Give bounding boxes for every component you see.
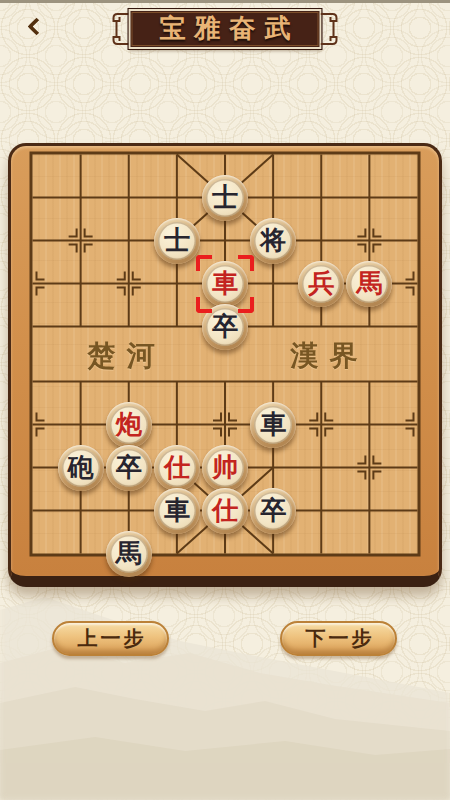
piece-black-卒[interactable]: 卒 bbox=[250, 488, 296, 534]
banner-scroll-ornament-right bbox=[321, 6, 341, 52]
page-title: 宝雅奋武 bbox=[151, 11, 300, 47]
board-point: 将 bbox=[249, 219, 297, 262]
back-button[interactable] bbox=[22, 12, 52, 42]
piece-face: 卒 bbox=[254, 492, 292, 530]
next-step-button[interactable]: 下一步 bbox=[280, 621, 397, 656]
piece-face: 仕 bbox=[206, 492, 244, 530]
app-screen: 宝雅奋武 楚河 漢界 士士将車兵馬卒炮車砲卒仕帅車仕卒馬 上一步 下一步 bbox=[0, 0, 450, 800]
piece-glyph: 将 bbox=[260, 227, 286, 254]
board-point: 仕 bbox=[201, 489, 249, 532]
board-point: 車 bbox=[201, 262, 249, 305]
board-point: 卒 bbox=[201, 305, 249, 348]
piece-face: 兵 bbox=[302, 265, 340, 303]
board-point: 士 bbox=[201, 176, 249, 219]
board-point: 帅 bbox=[201, 446, 249, 489]
piece-face: 車 bbox=[206, 265, 244, 303]
piece-glyph: 仕 bbox=[164, 454, 190, 481]
piece-glyph: 士 bbox=[164, 227, 190, 254]
piece-red-車[interactable]: 車 bbox=[202, 261, 248, 307]
board-point: 卒 bbox=[105, 446, 153, 489]
piece-face: 車 bbox=[254, 406, 292, 444]
piece-glyph: 士 bbox=[212, 184, 238, 211]
piece-face: 帅 bbox=[206, 449, 244, 487]
piece-face: 馬 bbox=[110, 535, 148, 573]
board-point: 炮 bbox=[105, 403, 153, 446]
piece-face: 仕 bbox=[158, 449, 196, 487]
board-point: 砲 bbox=[57, 446, 105, 489]
status-strip bbox=[0, 0, 450, 3]
board-point: 車 bbox=[249, 403, 297, 446]
piece-red-馬[interactable]: 馬 bbox=[346, 261, 392, 307]
piece-face: 将 bbox=[254, 222, 292, 260]
piece-black-車[interactable]: 車 bbox=[250, 402, 296, 448]
piece-black-士[interactable]: 士 bbox=[202, 175, 248, 221]
piece-red-仕[interactable]: 仕 bbox=[154, 445, 200, 491]
piece-glyph: 炮 bbox=[116, 411, 142, 438]
piece-black-馬[interactable]: 馬 bbox=[106, 531, 152, 577]
back-icon bbox=[27, 17, 45, 35]
board-point: 卒 bbox=[249, 489, 297, 532]
xiangqi-board[interactable]: 楚河 漢界 士士将車兵馬卒炮車砲卒仕帅車仕卒馬 bbox=[8, 143, 442, 587]
piece-black-士[interactable]: 士 bbox=[154, 218, 200, 264]
piece-glyph: 卒 bbox=[116, 454, 142, 481]
piece-face: 卒 bbox=[110, 449, 148, 487]
piece-face: 士 bbox=[158, 222, 196, 260]
board-point: 車 bbox=[153, 489, 201, 532]
piece-glyph: 車 bbox=[164, 497, 190, 524]
piece-glyph: 帅 bbox=[212, 454, 238, 481]
board-point: 士 bbox=[153, 219, 201, 262]
board-point: 馬 bbox=[105, 532, 153, 575]
title-banner: 宝雅奋武 bbox=[110, 6, 341, 52]
piece-red-兵[interactable]: 兵 bbox=[298, 261, 344, 307]
piece-face: 砲 bbox=[62, 449, 100, 487]
piece-glyph: 馬 bbox=[116, 540, 142, 567]
piece-black-卒[interactable]: 卒 bbox=[202, 304, 248, 350]
piece-black-将[interactable]: 将 bbox=[250, 218, 296, 264]
piece-black-卒[interactable]: 卒 bbox=[106, 445, 152, 491]
piece-red-帅[interactable]: 帅 bbox=[202, 445, 248, 491]
board-point: 馬 bbox=[345, 262, 393, 305]
previous-step-button[interactable]: 上一步 bbox=[52, 621, 169, 656]
board-point: 仕 bbox=[153, 446, 201, 489]
piece-layer: 士士将車兵馬卒炮車砲卒仕帅車仕卒馬 bbox=[8, 133, 441, 575]
piece-glyph: 車 bbox=[260, 411, 286, 438]
piece-glyph: 仕 bbox=[212, 497, 238, 524]
piece-glyph: 馬 bbox=[356, 270, 382, 297]
piece-red-仕[interactable]: 仕 bbox=[202, 488, 248, 534]
piece-face: 馬 bbox=[350, 265, 388, 303]
piece-face: 車 bbox=[158, 492, 196, 530]
piece-black-車[interactable]: 車 bbox=[154, 488, 200, 534]
piece-glyph: 卒 bbox=[260, 497, 286, 524]
piece-glyph: 砲 bbox=[68, 454, 94, 481]
piece-face: 卒 bbox=[206, 308, 244, 346]
piece-face: 炮 bbox=[110, 406, 148, 444]
banner-scroll-ornament-left bbox=[110, 6, 130, 52]
board-point: 兵 bbox=[297, 262, 345, 305]
piece-glyph: 兵 bbox=[308, 270, 334, 297]
title-plaque: 宝雅奋武 bbox=[129, 9, 322, 49]
piece-face: 士 bbox=[206, 179, 244, 217]
piece-glyph: 車 bbox=[212, 270, 238, 297]
piece-red-炮[interactable]: 炮 bbox=[106, 402, 152, 448]
piece-glyph: 卒 bbox=[212, 313, 238, 340]
piece-black-砲[interactable]: 砲 bbox=[58, 445, 104, 491]
